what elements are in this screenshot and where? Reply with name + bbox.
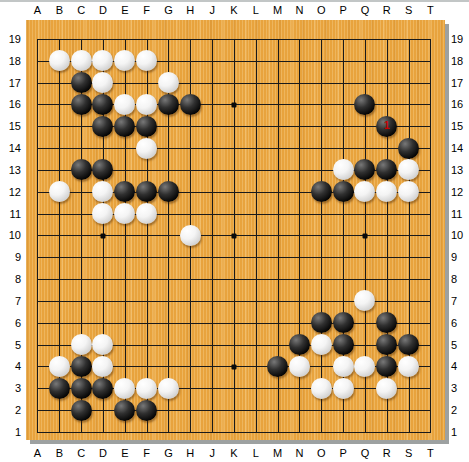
intersection-M9[interactable] <box>267 246 289 268</box>
intersection-M17[interactable] <box>267 72 289 94</box>
intersection-E6[interactable] <box>114 312 136 334</box>
intersection-Q13[interactable] <box>354 159 376 181</box>
intersection-T15[interactable] <box>420 115 442 137</box>
intersection-A5[interactable] <box>27 334 49 356</box>
intersection-H9[interactable] <box>179 246 201 268</box>
intersection-O12[interactable] <box>310 181 332 203</box>
intersection-D2[interactable] <box>92 399 114 421</box>
intersection-C19[interactable] <box>70 28 92 50</box>
intersection-Q5[interactable] <box>354 334 376 356</box>
intersection-Q12[interactable] <box>354 181 376 203</box>
intersection-P1[interactable] <box>332 421 354 443</box>
intersection-P19[interactable] <box>332 28 354 50</box>
intersection-R15[interactable]: 1 <box>376 115 398 137</box>
intersection-E2[interactable] <box>114 399 136 421</box>
intersection-L12[interactable] <box>245 181 267 203</box>
intersection-S15[interactable] <box>398 115 420 137</box>
intersection-M3[interactable] <box>267 377 289 399</box>
intersection-E4[interactable] <box>114 356 136 378</box>
intersection-L14[interactable] <box>245 137 267 159</box>
intersection-E17[interactable] <box>114 72 136 94</box>
intersection-H1[interactable] <box>179 421 201 443</box>
intersection-L10[interactable] <box>245 225 267 247</box>
intersection-B14[interactable] <box>48 137 70 159</box>
intersection-H10[interactable] <box>179 225 201 247</box>
intersection-O13[interactable] <box>310 159 332 181</box>
intersection-C13[interactable] <box>70 159 92 181</box>
intersection-G6[interactable] <box>158 312 180 334</box>
intersection-L9[interactable] <box>245 246 267 268</box>
intersection-E12[interactable] <box>114 181 136 203</box>
intersection-M10[interactable] <box>267 225 289 247</box>
intersection-B9[interactable] <box>48 246 70 268</box>
intersection-M5[interactable] <box>267 334 289 356</box>
intersection-Q14[interactable] <box>354 137 376 159</box>
intersection-H7[interactable] <box>179 290 201 312</box>
intersection-R3[interactable] <box>376 377 398 399</box>
intersection-Q15[interactable] <box>354 115 376 137</box>
intersection-A11[interactable] <box>27 203 49 225</box>
intersection-H8[interactable] <box>179 268 201 290</box>
intersection-O2[interactable] <box>310 399 332 421</box>
intersection-C8[interactable] <box>70 268 92 290</box>
intersection-P11[interactable] <box>332 203 354 225</box>
intersection-D13[interactable] <box>92 159 114 181</box>
intersection-S4[interactable] <box>398 356 420 378</box>
intersection-D7[interactable] <box>92 290 114 312</box>
intersection-S5[interactable] <box>398 334 420 356</box>
intersection-G11[interactable] <box>158 203 180 225</box>
intersection-N5[interactable] <box>289 334 311 356</box>
intersection-C14[interactable] <box>70 137 92 159</box>
intersection-M11[interactable] <box>267 203 289 225</box>
intersection-Q19[interactable] <box>354 28 376 50</box>
intersection-C9[interactable] <box>70 246 92 268</box>
intersection-O19[interactable] <box>310 28 332 50</box>
intersection-E9[interactable] <box>114 246 136 268</box>
intersection-N11[interactable] <box>289 203 311 225</box>
intersection-D8[interactable] <box>92 268 114 290</box>
intersection-N7[interactable] <box>289 290 311 312</box>
intersection-Q7[interactable] <box>354 290 376 312</box>
intersection-T1[interactable] <box>420 421 442 443</box>
intersection-K9[interactable] <box>223 246 245 268</box>
intersection-L16[interactable] <box>245 94 267 116</box>
intersection-H17[interactable] <box>179 72 201 94</box>
intersection-D15[interactable] <box>92 115 114 137</box>
intersection-N19[interactable] <box>289 28 311 50</box>
intersection-A9[interactable] <box>27 246 49 268</box>
intersection-O4[interactable] <box>310 356 332 378</box>
intersection-P18[interactable] <box>332 50 354 72</box>
intersection-G8[interactable] <box>158 268 180 290</box>
intersection-L4[interactable] <box>245 356 267 378</box>
intersection-L3[interactable] <box>245 377 267 399</box>
intersection-L17[interactable] <box>245 72 267 94</box>
intersection-C12[interactable] <box>70 181 92 203</box>
intersection-T2[interactable] <box>420 399 442 421</box>
intersection-T6[interactable] <box>420 312 442 334</box>
intersection-A4[interactable] <box>27 356 49 378</box>
intersection-E15[interactable] <box>114 115 136 137</box>
intersection-O14[interactable] <box>310 137 332 159</box>
intersection-J1[interactable] <box>201 421 223 443</box>
intersection-Q11[interactable] <box>354 203 376 225</box>
intersection-B6[interactable] <box>48 312 70 334</box>
intersection-F8[interactable] <box>136 268 158 290</box>
intersection-N2[interactable] <box>289 399 311 421</box>
intersection-B16[interactable] <box>48 94 70 116</box>
intersection-S19[interactable] <box>398 28 420 50</box>
intersection-A12[interactable] <box>27 181 49 203</box>
intersection-J7[interactable] <box>201 290 223 312</box>
intersection-H5[interactable] <box>179 334 201 356</box>
intersection-D3[interactable] <box>92 377 114 399</box>
intersection-M1[interactable] <box>267 421 289 443</box>
intersection-H6[interactable] <box>179 312 201 334</box>
intersection-B3[interactable] <box>48 377 70 399</box>
intersection-P9[interactable] <box>332 246 354 268</box>
intersection-K1[interactable] <box>223 421 245 443</box>
intersection-J6[interactable] <box>201 312 223 334</box>
intersection-M19[interactable] <box>267 28 289 50</box>
intersection-M14[interactable] <box>267 137 289 159</box>
intersection-P5[interactable] <box>332 334 354 356</box>
intersection-G1[interactable] <box>158 421 180 443</box>
intersection-N18[interactable] <box>289 50 311 72</box>
intersection-E5[interactable] <box>114 334 136 356</box>
intersection-Q18[interactable] <box>354 50 376 72</box>
intersection-C17[interactable] <box>70 72 92 94</box>
intersection-J4[interactable] <box>201 356 223 378</box>
intersection-J17[interactable] <box>201 72 223 94</box>
intersection-S10[interactable] <box>398 225 420 247</box>
intersection-K7[interactable] <box>223 290 245 312</box>
intersection-B10[interactable] <box>48 225 70 247</box>
intersection-K19[interactable] <box>223 28 245 50</box>
intersection-C11[interactable] <box>70 203 92 225</box>
intersection-L8[interactable] <box>245 268 267 290</box>
intersection-T8[interactable] <box>420 268 442 290</box>
intersection-R18[interactable] <box>376 50 398 72</box>
intersection-D6[interactable] <box>92 312 114 334</box>
intersection-O10[interactable] <box>310 225 332 247</box>
intersection-K12[interactable] <box>223 181 245 203</box>
intersection-O1[interactable] <box>310 421 332 443</box>
intersection-N6[interactable] <box>289 312 311 334</box>
intersection-K13[interactable] <box>223 159 245 181</box>
intersection-A3[interactable] <box>27 377 49 399</box>
intersection-N12[interactable] <box>289 181 311 203</box>
intersection-K4[interactable] <box>223 356 245 378</box>
intersection-H4[interactable] <box>179 356 201 378</box>
intersection-F13[interactable] <box>136 159 158 181</box>
intersection-S18[interactable] <box>398 50 420 72</box>
intersection-K18[interactable] <box>223 50 245 72</box>
intersection-C2[interactable] <box>70 399 92 421</box>
intersection-T19[interactable] <box>420 28 442 50</box>
intersection-C5[interactable] <box>70 334 92 356</box>
intersection-N9[interactable] <box>289 246 311 268</box>
intersection-Q1[interactable] <box>354 421 376 443</box>
intersection-T10[interactable] <box>420 225 442 247</box>
intersection-Q17[interactable] <box>354 72 376 94</box>
intersection-A13[interactable] <box>27 159 49 181</box>
intersection-A7[interactable] <box>27 290 49 312</box>
intersection-M15[interactable] <box>267 115 289 137</box>
intersection-G16[interactable] <box>158 94 180 116</box>
intersection-F5[interactable] <box>136 334 158 356</box>
intersection-T5[interactable] <box>420 334 442 356</box>
intersection-M12[interactable] <box>267 181 289 203</box>
intersection-F18[interactable] <box>136 50 158 72</box>
intersection-B19[interactable] <box>48 28 70 50</box>
intersection-L2[interactable] <box>245 399 267 421</box>
intersection-E19[interactable] <box>114 28 136 50</box>
intersection-Q6[interactable] <box>354 312 376 334</box>
intersection-L19[interactable] <box>245 28 267 50</box>
intersection-N10[interactable] <box>289 225 311 247</box>
intersection-S1[interactable] <box>398 421 420 443</box>
intersection-B7[interactable] <box>48 290 70 312</box>
intersection-A10[interactable] <box>27 225 49 247</box>
intersection-R16[interactable] <box>376 94 398 116</box>
intersection-F2[interactable] <box>136 399 158 421</box>
intersection-Q2[interactable] <box>354 399 376 421</box>
intersection-R6[interactable] <box>376 312 398 334</box>
intersection-S13[interactable] <box>398 159 420 181</box>
intersection-B13[interactable] <box>48 159 70 181</box>
intersection-J12[interactable] <box>201 181 223 203</box>
intersection-H19[interactable] <box>179 28 201 50</box>
intersection-O15[interactable] <box>310 115 332 137</box>
intersection-P14[interactable] <box>332 137 354 159</box>
intersection-G14[interactable] <box>158 137 180 159</box>
intersection-Q10[interactable] <box>354 225 376 247</box>
intersection-S6[interactable] <box>398 312 420 334</box>
intersection-G9[interactable] <box>158 246 180 268</box>
intersection-A1[interactable] <box>27 421 49 443</box>
intersection-E7[interactable] <box>114 290 136 312</box>
intersection-M4[interactable] <box>267 356 289 378</box>
intersection-F4[interactable] <box>136 356 158 378</box>
intersection-T9[interactable] <box>420 246 442 268</box>
intersection-N16[interactable] <box>289 94 311 116</box>
intersection-J9[interactable] <box>201 246 223 268</box>
intersection-T7[interactable] <box>420 290 442 312</box>
intersection-J11[interactable] <box>201 203 223 225</box>
intersection-P6[interactable] <box>332 312 354 334</box>
intersection-B5[interactable] <box>48 334 70 356</box>
intersection-R1[interactable] <box>376 421 398 443</box>
intersection-Q8[interactable] <box>354 268 376 290</box>
intersection-F3[interactable] <box>136 377 158 399</box>
intersection-F7[interactable] <box>136 290 158 312</box>
intersection-D12[interactable] <box>92 181 114 203</box>
intersection-E13[interactable] <box>114 159 136 181</box>
intersection-O7[interactable] <box>310 290 332 312</box>
intersection-O3[interactable] <box>310 377 332 399</box>
intersection-F1[interactable] <box>136 421 158 443</box>
intersection-A17[interactable] <box>27 72 49 94</box>
intersection-M6[interactable] <box>267 312 289 334</box>
intersection-J13[interactable] <box>201 159 223 181</box>
intersection-R11[interactable] <box>376 203 398 225</box>
intersection-E14[interactable] <box>114 137 136 159</box>
intersection-S8[interactable] <box>398 268 420 290</box>
intersection-C4[interactable] <box>70 356 92 378</box>
intersection-N3[interactable] <box>289 377 311 399</box>
intersection-L13[interactable] <box>245 159 267 181</box>
intersection-N4[interactable] <box>289 356 311 378</box>
intersection-N1[interactable] <box>289 421 311 443</box>
intersection-F9[interactable] <box>136 246 158 268</box>
intersection-R5[interactable] <box>376 334 398 356</box>
intersection-H18[interactable] <box>179 50 201 72</box>
intersection-F16[interactable] <box>136 94 158 116</box>
intersection-E10[interactable] <box>114 225 136 247</box>
intersection-O8[interactable] <box>310 268 332 290</box>
intersection-Q16[interactable] <box>354 94 376 116</box>
intersection-M2[interactable] <box>267 399 289 421</box>
intersection-T12[interactable] <box>420 181 442 203</box>
intersection-G2[interactable] <box>158 399 180 421</box>
intersection-S2[interactable] <box>398 399 420 421</box>
intersection-P3[interactable] <box>332 377 354 399</box>
intersection-N17[interactable] <box>289 72 311 94</box>
intersection-J10[interactable] <box>201 225 223 247</box>
intersection-M7[interactable] <box>267 290 289 312</box>
intersection-P12[interactable] <box>332 181 354 203</box>
intersection-G4[interactable] <box>158 356 180 378</box>
intersection-B12[interactable] <box>48 181 70 203</box>
intersection-G17[interactable] <box>158 72 180 94</box>
intersection-A19[interactable] <box>27 28 49 50</box>
intersection-C6[interactable] <box>70 312 92 334</box>
intersection-B15[interactable] <box>48 115 70 137</box>
intersection-P13[interactable] <box>332 159 354 181</box>
intersection-D1[interactable] <box>92 421 114 443</box>
intersection-D19[interactable] <box>92 28 114 50</box>
intersection-R7[interactable] <box>376 290 398 312</box>
intersection-L15[interactable] <box>245 115 267 137</box>
intersection-E3[interactable] <box>114 377 136 399</box>
intersection-D16[interactable] <box>92 94 114 116</box>
intersection-S17[interactable] <box>398 72 420 94</box>
intersection-S14[interactable] <box>398 137 420 159</box>
intersection-J2[interactable] <box>201 399 223 421</box>
intersection-O11[interactable] <box>310 203 332 225</box>
intersection-B8[interactable] <box>48 268 70 290</box>
intersection-T17[interactable] <box>420 72 442 94</box>
intersection-N13[interactable] <box>289 159 311 181</box>
intersection-E11[interactable] <box>114 203 136 225</box>
intersection-S7[interactable] <box>398 290 420 312</box>
intersection-P16[interactable] <box>332 94 354 116</box>
intersection-K15[interactable] <box>223 115 245 137</box>
intersection-K14[interactable] <box>223 137 245 159</box>
intersection-J5[interactable] <box>201 334 223 356</box>
intersection-O9[interactable] <box>310 246 332 268</box>
intersection-J8[interactable] <box>201 268 223 290</box>
intersection-A6[interactable] <box>27 312 49 334</box>
intersection-D9[interactable] <box>92 246 114 268</box>
intersection-O16[interactable] <box>310 94 332 116</box>
intersection-G13[interactable] <box>158 159 180 181</box>
intersection-M8[interactable] <box>267 268 289 290</box>
intersection-D10[interactable] <box>92 225 114 247</box>
intersection-P17[interactable] <box>332 72 354 94</box>
intersection-P2[interactable] <box>332 399 354 421</box>
intersection-R9[interactable] <box>376 246 398 268</box>
intersection-C7[interactable] <box>70 290 92 312</box>
intersection-S11[interactable] <box>398 203 420 225</box>
intersection-R2[interactable] <box>376 399 398 421</box>
intersection-E18[interactable] <box>114 50 136 72</box>
intersection-J14[interactable] <box>201 137 223 159</box>
intersection-K10[interactable] <box>223 225 245 247</box>
intersection-G18[interactable] <box>158 50 180 72</box>
intersection-H16[interactable] <box>179 94 201 116</box>
intersection-E16[interactable] <box>114 94 136 116</box>
intersection-F10[interactable] <box>136 225 158 247</box>
intersection-D17[interactable] <box>92 72 114 94</box>
intersection-P4[interactable] <box>332 356 354 378</box>
intersection-R8[interactable] <box>376 268 398 290</box>
intersection-H13[interactable] <box>179 159 201 181</box>
intersection-P10[interactable] <box>332 225 354 247</box>
intersection-D18[interactable] <box>92 50 114 72</box>
intersection-F17[interactable] <box>136 72 158 94</box>
intersection-S12[interactable] <box>398 181 420 203</box>
intersection-M18[interactable] <box>267 50 289 72</box>
intersection-S16[interactable] <box>398 94 420 116</box>
intersection-G7[interactable] <box>158 290 180 312</box>
intersection-J16[interactable] <box>201 94 223 116</box>
intersection-K17[interactable] <box>223 72 245 94</box>
intersection-R4[interactable] <box>376 356 398 378</box>
intersection-H11[interactable] <box>179 203 201 225</box>
intersection-P8[interactable] <box>332 268 354 290</box>
intersection-N14[interactable] <box>289 137 311 159</box>
intersection-R13[interactable] <box>376 159 398 181</box>
intersection-A14[interactable] <box>27 137 49 159</box>
intersection-O18[interactable] <box>310 50 332 72</box>
intersection-J3[interactable] <box>201 377 223 399</box>
intersection-F19[interactable] <box>136 28 158 50</box>
intersection-O17[interactable] <box>310 72 332 94</box>
intersection-C10[interactable] <box>70 225 92 247</box>
intersection-B4[interactable] <box>48 356 70 378</box>
intersection-L1[interactable] <box>245 421 267 443</box>
intersection-G10[interactable] <box>158 225 180 247</box>
intersection-T16[interactable] <box>420 94 442 116</box>
intersection-K3[interactable] <box>223 377 245 399</box>
intersection-B18[interactable] <box>48 50 70 72</box>
intersection-M13[interactable] <box>267 159 289 181</box>
intersection-D11[interactable] <box>92 203 114 225</box>
intersection-K2[interactable] <box>223 399 245 421</box>
intersection-T18[interactable] <box>420 50 442 72</box>
intersection-F14[interactable] <box>136 137 158 159</box>
intersection-T4[interactable] <box>420 356 442 378</box>
intersection-O5[interactable] <box>310 334 332 356</box>
intersection-K11[interactable] <box>223 203 245 225</box>
intersection-J15[interactable] <box>201 115 223 137</box>
intersection-B11[interactable] <box>48 203 70 225</box>
intersection-S3[interactable] <box>398 377 420 399</box>
intersection-C3[interactable] <box>70 377 92 399</box>
